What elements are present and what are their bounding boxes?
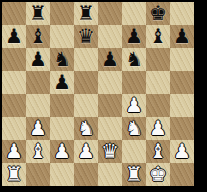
white-rook-f1[interactable]: ♜ — [125, 163, 143, 186]
white-queen-e2[interactable]: ♛ — [101, 140, 119, 163]
square-d5[interactable] — [74, 71, 98, 94]
square-a5[interactable] — [2, 71, 26, 94]
black-pawn-c5[interactable]: ♟ — [53, 71, 71, 94]
black-pawn-f7[interactable]: ♟ — [125, 25, 143, 48]
square-c5[interactable]: ♟ — [50, 71, 74, 94]
square-d6[interactable] — [74, 48, 98, 71]
white-knight-f3[interactable]: ♞ — [125, 117, 143, 140]
chess-board-frame: ♜♜♚♟♝♛♟♝♟♟♞♟♞♟♟♟♞♞♟♟♝♟♟♛♝♟♜♜♚ — [0, 0, 207, 192]
black-pawn-b6[interactable]: ♟ — [29, 48, 47, 71]
square-a6[interactable] — [2, 48, 26, 71]
white-pawn-a2[interactable]: ♟ — [5, 140, 23, 163]
black-king-g8[interactable]: ♚ — [149, 2, 167, 25]
black-bishop-b7[interactable]: ♝ — [29, 25, 47, 48]
black-bishop-g7[interactable]: ♝ — [149, 25, 167, 48]
square-d1[interactable] — [74, 163, 98, 186]
square-h1[interactable] — [170, 163, 194, 186]
black-queen-d7[interactable]: ♛ — [77, 25, 95, 48]
black-knight-f6[interactable]: ♞ — [125, 48, 143, 71]
square-b7[interactable]: ♝ — [26, 25, 50, 48]
square-h3[interactable] — [170, 117, 194, 140]
square-e2[interactable]: ♛ — [98, 140, 122, 163]
square-h8[interactable] — [170, 2, 194, 25]
square-f3[interactable]: ♞ — [122, 117, 146, 140]
square-c6[interactable]: ♞ — [50, 48, 74, 71]
square-e6[interactable]: ♟ — [98, 48, 122, 71]
square-d4[interactable] — [74, 94, 98, 117]
square-c4[interactable] — [50, 94, 74, 117]
square-a4[interactable] — [2, 94, 26, 117]
square-a2[interactable]: ♟ — [2, 140, 26, 163]
square-e4[interactable] — [98, 94, 122, 117]
white-pawn-b3[interactable]: ♟ — [29, 117, 47, 140]
square-c8[interactable] — [50, 2, 74, 25]
square-g4[interactable] — [146, 94, 170, 117]
black-pawn-a7[interactable]: ♟ — [5, 25, 23, 48]
square-h4[interactable] — [170, 94, 194, 117]
square-f4[interactable]: ♟ — [122, 94, 146, 117]
square-a7[interactable]: ♟ — [2, 25, 26, 48]
square-a8[interactable] — [2, 2, 26, 25]
square-f2[interactable] — [122, 140, 146, 163]
square-b8[interactable]: ♜ — [26, 2, 50, 25]
square-e7[interactable] — [98, 25, 122, 48]
black-pawn-e6[interactable]: ♟ — [101, 48, 119, 71]
square-c7[interactable] — [50, 25, 74, 48]
square-f1[interactable]: ♜ — [122, 163, 146, 186]
white-bishop-b2[interactable]: ♝ — [29, 140, 47, 163]
square-a3[interactable] — [2, 117, 26, 140]
black-rook-d8[interactable]: ♜ — [77, 2, 95, 25]
square-g8[interactable]: ♚ — [146, 2, 170, 25]
chess-board: ♜♜♚♟♝♛♟♝♟♟♞♟♞♟♟♟♞♞♟♟♝♟♟♛♝♟♜♜♚ — [2, 2, 194, 186]
square-h6[interactable] — [170, 48, 194, 71]
square-h2[interactable]: ♟ — [170, 140, 194, 163]
square-b3[interactable]: ♟ — [26, 117, 50, 140]
white-bishop-g2[interactable]: ♝ — [149, 140, 167, 163]
square-b6[interactable]: ♟ — [26, 48, 50, 71]
white-rook-a1[interactable]: ♜ — [5, 163, 23, 186]
square-h7[interactable]: ♟ — [170, 25, 194, 48]
black-pawn-h7[interactable]: ♟ — [173, 25, 191, 48]
square-h5[interactable] — [170, 71, 194, 94]
square-f6[interactable]: ♞ — [122, 48, 146, 71]
square-g7[interactable]: ♝ — [146, 25, 170, 48]
square-c1[interactable] — [50, 163, 74, 186]
white-pawn-c2[interactable]: ♟ — [53, 140, 71, 163]
white-pawn-h2[interactable]: ♟ — [173, 140, 191, 163]
square-g3[interactable]: ♟ — [146, 117, 170, 140]
square-c2[interactable]: ♟ — [50, 140, 74, 163]
square-b2[interactable]: ♝ — [26, 140, 50, 163]
square-c3[interactable] — [50, 117, 74, 140]
square-b1[interactable] — [26, 163, 50, 186]
square-d2[interactable]: ♟ — [74, 140, 98, 163]
square-f7[interactable]: ♟ — [122, 25, 146, 48]
square-b4[interactable] — [26, 94, 50, 117]
white-pawn-f4[interactable]: ♟ — [125, 94, 143, 117]
square-g2[interactable]: ♝ — [146, 140, 170, 163]
square-d8[interactable]: ♜ — [74, 2, 98, 25]
white-king-g1[interactable]: ♚ — [149, 163, 167, 186]
square-f5[interactable] — [122, 71, 146, 94]
square-e1[interactable] — [98, 163, 122, 186]
white-pawn-d2[interactable]: ♟ — [77, 140, 95, 163]
square-d7[interactable]: ♛ — [74, 25, 98, 48]
square-g5[interactable] — [146, 71, 170, 94]
white-knight-d3[interactable]: ♞ — [77, 117, 95, 140]
black-knight-c6[interactable]: ♞ — [53, 48, 71, 71]
square-g1[interactable]: ♚ — [146, 163, 170, 186]
square-d3[interactable]: ♞ — [74, 117, 98, 140]
square-b5[interactable] — [26, 71, 50, 94]
square-g6[interactable] — [146, 48, 170, 71]
square-f8[interactable] — [122, 2, 146, 25]
black-rook-b8[interactable]: ♜ — [29, 2, 47, 25]
square-e8[interactable] — [98, 2, 122, 25]
square-e3[interactable] — [98, 117, 122, 140]
square-a1[interactable]: ♜ — [2, 163, 26, 186]
white-pawn-g3[interactable]: ♟ — [149, 117, 167, 140]
square-e5[interactable] — [98, 71, 122, 94]
